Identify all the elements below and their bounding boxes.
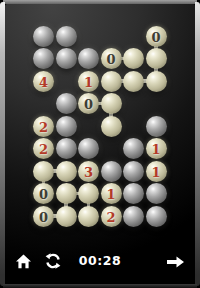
pearl-r3c1[interactable]: 4 — [33, 71, 54, 92]
pearl-r2c3[interactable] — [78, 48, 99, 69]
pearl-r9c1[interactable]: 0 — [33, 206, 54, 227]
pearl-number: 0 — [39, 187, 48, 202]
pearl-r6c3[interactable] — [78, 138, 99, 159]
pearl-r1c6[interactable]: 0 — [146, 26, 167, 47]
forward-arrow-icon — [166, 256, 185, 268]
pearl-r7c1[interactable] — [33, 161, 54, 182]
pearl-r3c5[interactable] — [123, 71, 144, 92]
pearl-number: 0 — [39, 210, 48, 225]
pearl-r3c4[interactable] — [101, 71, 122, 92]
pearl-r2c4[interactable]: 0 — [101, 48, 122, 69]
pearl-r2c2[interactable] — [56, 48, 77, 69]
frame-edge-right — [195, 2, 200, 286]
pearl-number: 0 — [106, 52, 115, 67]
pearl-number: 4 — [39, 75, 48, 90]
pearl-r8c4[interactable]: 1 — [101, 183, 122, 204]
pearl-r5c1[interactable]: 2 — [33, 116, 54, 137]
pearl-r7c3[interactable]: 3 — [78, 161, 99, 182]
pearl-number: 3 — [84, 165, 93, 180]
pearl-r1c1[interactable] — [33, 26, 54, 47]
pearl-r4c3[interactable]: 0 — [78, 93, 99, 114]
pearl-r2c6[interactable] — [146, 48, 167, 69]
pearl-r9c5[interactable] — [123, 206, 144, 227]
pearl-r9c6[interactable] — [146, 206, 167, 227]
pearl-number: 1 — [151, 165, 160, 180]
pearl-r6c1[interactable]: 2 — [33, 138, 54, 159]
pearl-r3c3[interactable]: 1 — [78, 71, 99, 92]
pearl-r2c1[interactable] — [33, 48, 54, 69]
pearl-r6c6[interactable]: 1 — [146, 138, 167, 159]
pearl-r2c5[interactable] — [123, 48, 144, 69]
pearl-r9c4[interactable]: 2 — [101, 206, 122, 227]
pearl-number: 2 — [106, 210, 115, 225]
screen: 00410221310102 00:28 — [5, 4, 195, 284]
pearl-number: 1 — [84, 75, 93, 90]
pearl-r5c4[interactable] — [101, 116, 122, 137]
pearl-r8c1[interactable]: 0 — [33, 183, 54, 204]
pearl-r5c6[interactable] — [146, 116, 167, 137]
pearl-r8c5[interactable] — [123, 183, 144, 204]
pearl-number: 1 — [151, 142, 160, 157]
pearl-number: 1 — [106, 187, 115, 202]
board: 00410221310102 — [5, 4, 195, 284]
pearl-r7c6[interactable]: 1 — [146, 161, 167, 182]
pearl-r9c2[interactable] — [56, 206, 77, 227]
pearl-r5c2[interactable] — [56, 116, 77, 137]
pearl-number: 2 — [39, 120, 48, 135]
pearl-number: 0 — [84, 97, 93, 112]
pearl-r7c5[interactable] — [123, 161, 144, 182]
device-frame: 00410221310102 00:28 — [0, 0, 200, 288]
frame-edge-bottom — [3, 284, 197, 288]
pearl-r6c2[interactable] — [56, 138, 77, 159]
pearl-r7c2[interactable] — [56, 161, 77, 182]
pearl-r8c3[interactable] — [78, 183, 99, 204]
pearl-r1c2[interactable] — [56, 26, 77, 47]
pearl-r6c5[interactable] — [123, 138, 144, 159]
forward-button[interactable] — [166, 256, 185, 271]
pearl-r3c6[interactable] — [146, 71, 167, 92]
pearl-r4c4[interactable] — [101, 93, 122, 114]
pearl-r7c4[interactable] — [101, 161, 122, 182]
pearl-r8c2[interactable] — [56, 183, 77, 204]
pearl-number: 0 — [151, 30, 160, 45]
pearl-r8c6[interactable] — [146, 183, 167, 204]
pearl-r4c2[interactable] — [56, 93, 77, 114]
pearl-r9c3[interactable] — [78, 206, 99, 227]
toolbar: 00:28 — [5, 248, 195, 276]
pearl-number: 2 — [39, 142, 48, 157]
